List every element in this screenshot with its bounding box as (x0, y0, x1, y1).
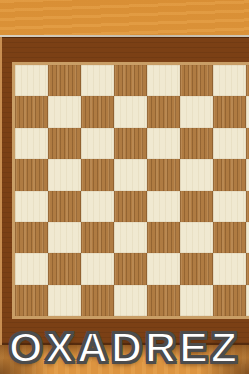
square-h1[interactable] (246, 285, 249, 316)
square-c6[interactable] (81, 128, 114, 159)
square-b6[interactable] (48, 128, 81, 159)
square-a1[interactable] (15, 285, 48, 316)
square-g7[interactable] (213, 96, 246, 127)
square-b7[interactable] (48, 96, 81, 127)
square-b1[interactable] (48, 285, 81, 316)
square-f4[interactable] (180, 191, 213, 222)
squares-grid (15, 65, 249, 316)
square-f8[interactable] (180, 65, 213, 96)
title-text: OXADREZ (0, 326, 249, 369)
square-f5[interactable] (180, 159, 213, 190)
board-frame (0, 37, 249, 345)
square-c3[interactable] (81, 222, 114, 253)
square-d3[interactable] (114, 222, 147, 253)
square-c4[interactable] (81, 191, 114, 222)
square-g8[interactable] (213, 65, 246, 96)
board-mat (12, 62, 249, 319)
square-e7[interactable] (147, 96, 180, 127)
square-e2[interactable] (147, 253, 180, 284)
square-d7[interactable] (114, 96, 147, 127)
square-b3[interactable] (48, 222, 81, 253)
square-d4[interactable] (114, 191, 147, 222)
square-e3[interactable] (147, 222, 180, 253)
square-h3[interactable] (246, 222, 249, 253)
square-c2[interactable] (81, 253, 114, 284)
square-d6[interactable] (114, 128, 147, 159)
square-h8[interactable] (246, 65, 249, 96)
square-b8[interactable] (48, 65, 81, 96)
square-d8[interactable] (114, 65, 147, 96)
square-c8[interactable] (81, 65, 114, 96)
square-a8[interactable] (15, 65, 48, 96)
square-a5[interactable] (15, 159, 48, 190)
square-a3[interactable] (15, 222, 48, 253)
square-f7[interactable] (180, 96, 213, 127)
square-g2[interactable] (213, 253, 246, 284)
square-e6[interactable] (147, 128, 180, 159)
chess-board (0, 35, 249, 345)
square-b4[interactable] (48, 191, 81, 222)
scene: OXADREZ (0, 0, 249, 374)
square-a7[interactable] (15, 96, 48, 127)
square-f2[interactable] (180, 253, 213, 284)
square-h5[interactable] (246, 159, 249, 190)
square-g4[interactable] (213, 191, 246, 222)
square-c5[interactable] (81, 159, 114, 190)
square-e5[interactable] (147, 159, 180, 190)
square-a2[interactable] (15, 253, 48, 284)
square-d5[interactable] (114, 159, 147, 190)
square-h6[interactable] (246, 128, 249, 159)
square-a4[interactable] (15, 191, 48, 222)
square-e1[interactable] (147, 285, 180, 316)
square-h7[interactable] (246, 96, 249, 127)
square-f1[interactable] (180, 285, 213, 316)
square-g1[interactable] (213, 285, 246, 316)
square-f3[interactable] (180, 222, 213, 253)
square-g5[interactable] (213, 159, 246, 190)
square-h2[interactable] (246, 253, 249, 284)
square-e4[interactable] (147, 191, 180, 222)
square-e8[interactable] (147, 65, 180, 96)
square-a6[interactable] (15, 128, 48, 159)
square-c7[interactable] (81, 96, 114, 127)
square-b5[interactable] (48, 159, 81, 190)
square-g6[interactable] (213, 128, 246, 159)
square-g3[interactable] (213, 222, 246, 253)
square-f6[interactable] (180, 128, 213, 159)
square-h4[interactable] (246, 191, 249, 222)
square-d2[interactable] (114, 253, 147, 284)
square-b2[interactable] (48, 253, 81, 284)
square-c1[interactable] (81, 285, 114, 316)
square-d1[interactable] (114, 285, 147, 316)
